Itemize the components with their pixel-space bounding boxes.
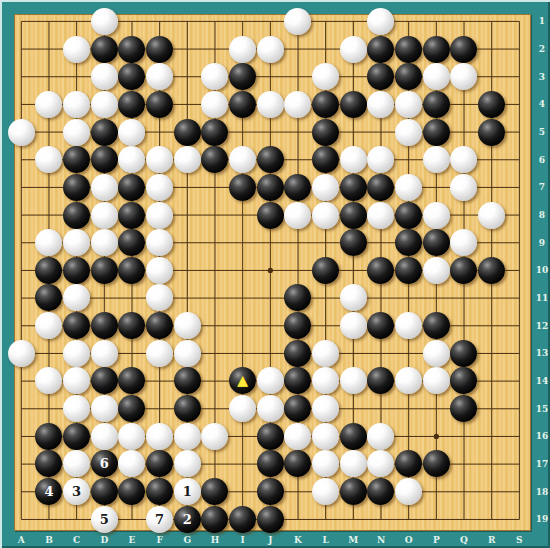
board-cell-G14[interactable] [173,367,201,395]
board-cell-J17[interactable] [256,450,284,478]
board-cell-G10[interactable] [173,257,201,285]
board-cell-B2[interactable] [35,35,63,63]
board-cell-P12[interactable] [422,312,450,340]
board-cell-C2[interactable] [63,35,91,63]
board-cell-E5[interactable] [118,118,146,146]
board-cell-G2[interactable] [173,35,201,63]
board-cell-A12[interactable] [8,312,36,340]
board-cell-Q8[interactable] [450,201,478,229]
board-cell-B3[interactable] [35,63,63,91]
board-cell-S13[interactable] [505,339,533,367]
board-cell-D5[interactable] [90,118,118,146]
board-cell-S15[interactable] [505,395,533,423]
board-cell-S4[interactable] [505,91,533,119]
board-cell-C18[interactable]: 3 [63,478,91,506]
board-cell-I18[interactable] [229,478,257,506]
board-cell-C12[interactable] [63,312,91,340]
board-cell-L15[interactable] [312,395,340,423]
board-cell-A18[interactable] [8,478,36,506]
board-cell-J9[interactable] [256,229,284,257]
board-cell-A5[interactable] [8,118,36,146]
board-cell-D10[interactable] [90,257,118,285]
board-cell-J16[interactable] [256,422,284,450]
board-cell-S16[interactable] [505,422,533,450]
board-cell-I3[interactable] [229,63,257,91]
board-cell-C16[interactable] [63,422,91,450]
board-cell-C17[interactable] [63,450,91,478]
board-cell-C9[interactable] [63,229,91,257]
board-cell-Q2[interactable] [450,35,478,63]
board-cell-H4[interactable] [201,91,229,119]
board-cell-J14[interactable] [256,367,284,395]
board-cell-J4[interactable] [256,91,284,119]
board-cell-S5[interactable] [505,118,533,146]
board-cell-E19[interactable] [118,505,146,533]
board-cell-H16[interactable] [201,422,229,450]
board-cell-E10[interactable] [118,257,146,285]
board-cell-B19[interactable] [35,505,63,533]
board-cell-D7[interactable] [90,174,118,202]
board-cell-I4[interactable] [229,91,257,119]
board-cell-Q12[interactable] [450,312,478,340]
board-cell-O6[interactable] [395,146,423,174]
board-cell-N1[interactable] [367,8,395,36]
board-cell-G15[interactable] [173,395,201,423]
board-cell-O2[interactable] [395,35,423,63]
board-cell-M3[interactable] [339,63,367,91]
board-cell-P2[interactable] [422,35,450,63]
board-cell-A14[interactable] [8,367,36,395]
board-cell-J2[interactable] [256,35,284,63]
board-cell-M9[interactable] [339,229,367,257]
board-cell-N17[interactable] [367,450,395,478]
board-cell-S11[interactable] [505,284,533,312]
board-cell-G18[interactable]: 1 [173,478,201,506]
board-cell-P6[interactable] [422,146,450,174]
board-cell-M15[interactable] [339,395,367,423]
board-cell-A2[interactable] [8,35,36,63]
board-cell-K13[interactable] [284,339,312,367]
board-cell-O15[interactable] [395,395,423,423]
board-cell-D12[interactable] [90,312,118,340]
board-cell-L13[interactable] [312,339,340,367]
board-cell-C13[interactable] [63,339,91,367]
board-cell-O10[interactable] [395,257,423,285]
board-cell-D13[interactable] [90,339,118,367]
board-cell-N10[interactable] [367,257,395,285]
board-cell-Q19[interactable] [450,505,478,533]
board-cell-E1[interactable] [118,8,146,36]
board-cell-E7[interactable] [118,174,146,202]
board-cell-S7[interactable] [505,174,533,202]
board-cell-D19[interactable]: 5 [90,505,118,533]
board-cell-P19[interactable] [422,505,450,533]
board-cell-N4[interactable] [367,91,395,119]
board-cell-M12[interactable] [339,312,367,340]
board-cell-C11[interactable] [63,284,91,312]
board-cell-R2[interactable] [478,35,506,63]
board-cell-G6[interactable] [173,146,201,174]
board-cell-D9[interactable] [90,229,118,257]
board-cell-S3[interactable] [505,63,533,91]
board-cell-R17[interactable] [478,450,506,478]
board-cell-P9[interactable] [422,229,450,257]
board-cell-A6[interactable] [8,146,36,174]
board-cell-I8[interactable] [229,201,257,229]
board-cell-R7[interactable] [478,174,506,202]
board-cell-F16[interactable] [146,422,174,450]
board-cell-O1[interactable] [395,8,423,36]
board-cell-N9[interactable] [367,229,395,257]
board-cell-A16[interactable] [8,422,36,450]
board-cell-G12[interactable] [173,312,201,340]
board-cell-L14[interactable] [312,367,340,395]
board-cell-O18[interactable] [395,478,423,506]
board-cell-B6[interactable] [35,146,63,174]
board-cell-B5[interactable] [35,118,63,146]
board-cell-K6[interactable] [284,146,312,174]
board-cell-B17[interactable] [35,450,63,478]
board-cell-K4[interactable] [284,91,312,119]
board-cell-R1[interactable] [478,8,506,36]
board-cell-H10[interactable] [201,257,229,285]
board-cell-P5[interactable] [422,118,450,146]
board-cell-F9[interactable] [146,229,174,257]
board-cell-K14[interactable] [284,367,312,395]
board-cell-D3[interactable] [90,63,118,91]
board-cell-P15[interactable] [422,395,450,423]
board-cell-G4[interactable] [173,91,201,119]
board-cell-M16[interactable] [339,422,367,450]
board-cell-E9[interactable] [118,229,146,257]
board-cell-M2[interactable] [339,35,367,63]
board-cell-H8[interactable] [201,201,229,229]
board-cell-H18[interactable] [201,478,229,506]
board-cell-N7[interactable] [367,174,395,202]
board-cell-L16[interactable] [312,422,340,450]
board-cell-R4[interactable] [478,91,506,119]
board-cell-H2[interactable] [201,35,229,63]
board-cell-P1[interactable] [422,8,450,36]
board-cell-K12[interactable] [284,312,312,340]
board-cell-F18[interactable] [146,478,174,506]
board-cell-I6[interactable] [229,146,257,174]
board-cell-N5[interactable] [367,118,395,146]
board-cell-O14[interactable] [395,367,423,395]
board-cell-R6[interactable] [478,146,506,174]
board-cell-I7[interactable] [229,174,257,202]
board-cell-F17[interactable] [146,450,174,478]
board-cell-S14[interactable] [505,367,533,395]
board-cell-G7[interactable] [173,174,201,202]
board-cell-F10[interactable] [146,257,174,285]
board-cell-G17[interactable] [173,450,201,478]
board-cell-E4[interactable] [118,91,146,119]
board-cell-R8[interactable] [478,201,506,229]
board-cell-R15[interactable] [478,395,506,423]
board-cell-G9[interactable] [173,229,201,257]
board-cell-I12[interactable] [229,312,257,340]
board-cell-O17[interactable] [395,450,423,478]
board-cell-S6[interactable] [505,146,533,174]
board-cell-R18[interactable] [478,478,506,506]
board-cell-P11[interactable] [422,284,450,312]
board-cell-L11[interactable] [312,284,340,312]
board-cell-B12[interactable] [35,312,63,340]
board-cell-Q7[interactable] [450,174,478,202]
board-cell-F13[interactable] [146,339,174,367]
board-cell-L9[interactable] [312,229,340,257]
board-cell-C15[interactable] [63,395,91,423]
board-cell-J7[interactable] [256,174,284,202]
board-cell-M8[interactable] [339,201,367,229]
board-cell-Q9[interactable] [450,229,478,257]
board-cell-A19[interactable] [8,505,36,533]
board-cell-N11[interactable] [367,284,395,312]
board-cell-I2[interactable] [229,35,257,63]
board-cell-B1[interactable] [35,8,63,36]
board-cell-A9[interactable] [8,229,36,257]
board-cell-K1[interactable] [284,8,312,36]
board-cell-J12[interactable] [256,312,284,340]
board-cell-S10[interactable] [505,257,533,285]
board-cell-Q3[interactable] [450,63,478,91]
board-cell-J11[interactable] [256,284,284,312]
board-cell-H6[interactable] [201,146,229,174]
board-cell-R9[interactable] [478,229,506,257]
board-cell-O9[interactable] [395,229,423,257]
board-cell-E13[interactable] [118,339,146,367]
board-cell-D6[interactable] [90,146,118,174]
board-cell-O3[interactable] [395,63,423,91]
board-cell-N15[interactable] [367,395,395,423]
board-cell-K9[interactable] [284,229,312,257]
board-cell-H17[interactable] [201,450,229,478]
board-cell-K5[interactable] [284,118,312,146]
board-cell-N6[interactable] [367,146,395,174]
board-cell-R19[interactable] [478,505,506,533]
board-cell-N18[interactable] [367,478,395,506]
board-cell-J1[interactable] [256,8,284,36]
board-cell-K15[interactable] [284,395,312,423]
board-cell-F1[interactable] [146,8,174,36]
board-cell-D4[interactable] [90,91,118,119]
board-cell-O12[interactable] [395,312,423,340]
board-cell-C6[interactable] [63,146,91,174]
board-cell-F2[interactable] [146,35,174,63]
board-cell-E8[interactable] [118,201,146,229]
board-cell-N2[interactable] [367,35,395,63]
board-cell-H15[interactable] [201,395,229,423]
board-cell-M14[interactable] [339,367,367,395]
board-cell-C1[interactable] [63,8,91,36]
board-cell-J3[interactable] [256,63,284,91]
board-cell-B11[interactable] [35,284,63,312]
board-cell-H9[interactable] [201,229,229,257]
board-cell-I5[interactable] [229,118,257,146]
board-cell-M18[interactable] [339,478,367,506]
board-cell-B18[interactable]: 4 [35,478,63,506]
board-cell-P17[interactable] [422,450,450,478]
board-cell-O8[interactable] [395,201,423,229]
board-cell-H11[interactable] [201,284,229,312]
board-cell-B13[interactable] [35,339,63,367]
board-cell-C4[interactable] [63,91,91,119]
board-cell-Q5[interactable] [450,118,478,146]
board-cell-D15[interactable] [90,395,118,423]
board-cell-I15[interactable] [229,395,257,423]
board-cell-P4[interactable] [422,91,450,119]
board-cell-G11[interactable] [173,284,201,312]
board-cell-E15[interactable] [118,395,146,423]
board-cell-L8[interactable] [312,201,340,229]
board-cell-I14[interactable]: ▲ [229,367,257,395]
board-cell-K16[interactable] [284,422,312,450]
board-cell-Q18[interactable] [450,478,478,506]
board-cell-F15[interactable] [146,395,174,423]
board-cell-F14[interactable] [146,367,174,395]
board-cell-A10[interactable] [8,257,36,285]
board-cell-Q17[interactable] [450,450,478,478]
board-cell-L2[interactable] [312,35,340,63]
board-cell-L18[interactable] [312,478,340,506]
board-cell-H13[interactable] [201,339,229,367]
board-cell-L7[interactable] [312,174,340,202]
board-cell-A1[interactable] [8,8,36,36]
board-cell-M5[interactable] [339,118,367,146]
board-cell-P3[interactable] [422,63,450,91]
board-cell-Q13[interactable] [450,339,478,367]
board-cell-P8[interactable] [422,201,450,229]
board-cell-L3[interactable] [312,63,340,91]
board-cell-I13[interactable] [229,339,257,367]
board-cell-I17[interactable] [229,450,257,478]
board-cell-K10[interactable] [284,257,312,285]
board-cell-G19[interactable]: 2 [173,505,201,533]
board-cell-L1[interactable] [312,8,340,36]
board-cell-S17[interactable] [505,450,533,478]
board-cell-C8[interactable] [63,201,91,229]
board-cell-J8[interactable] [256,201,284,229]
board-cell-S2[interactable] [505,35,533,63]
board-cell-I11[interactable] [229,284,257,312]
board-cell-A15[interactable] [8,395,36,423]
board-cell-L12[interactable] [312,312,340,340]
board-cell-K11[interactable] [284,284,312,312]
board-cell-N13[interactable] [367,339,395,367]
board-cell-K17[interactable] [284,450,312,478]
board-cell-J18[interactable] [256,478,284,506]
board-cell-K2[interactable] [284,35,312,63]
board-cell-H12[interactable] [201,312,229,340]
board-cell-B8[interactable] [35,201,63,229]
board-cell-A13[interactable] [8,339,36,367]
board-cell-O7[interactable] [395,174,423,202]
board-cell-R3[interactable] [478,63,506,91]
board-cell-L5[interactable] [312,118,340,146]
board-cell-G5[interactable] [173,118,201,146]
board-cell-Q1[interactable] [450,8,478,36]
board-cell-A11[interactable] [8,284,36,312]
board-cell-O11[interactable] [395,284,423,312]
board-cell-D17[interactable]: 6 [90,450,118,478]
board-cell-Q6[interactable] [450,146,478,174]
board-cell-H3[interactable] [201,63,229,91]
board-cell-M11[interactable] [339,284,367,312]
board-cell-D8[interactable] [90,201,118,229]
board-cell-M13[interactable] [339,339,367,367]
board-cell-E11[interactable] [118,284,146,312]
board-cell-J10[interactable] [256,257,284,285]
board-cell-S9[interactable] [505,229,533,257]
board-cell-M10[interactable] [339,257,367,285]
board-cell-A4[interactable] [8,91,36,119]
board-cell-J13[interactable] [256,339,284,367]
board-cell-Q4[interactable] [450,91,478,119]
board-cell-F6[interactable] [146,146,174,174]
board-cell-R12[interactable] [478,312,506,340]
board-cell-I9[interactable] [229,229,257,257]
board-cell-B16[interactable] [35,422,63,450]
board-cell-A3[interactable] [8,63,36,91]
board-cell-N12[interactable] [367,312,395,340]
board-cell-J19[interactable] [256,505,284,533]
board-cell-Q10[interactable] [450,257,478,285]
board-cell-F4[interactable] [146,91,174,119]
board-cell-O5[interactable] [395,118,423,146]
board-cell-N8[interactable] [367,201,395,229]
board-cell-E16[interactable] [118,422,146,450]
board-cell-Q16[interactable] [450,422,478,450]
board-cell-C7[interactable] [63,174,91,202]
board-cell-O16[interactable] [395,422,423,450]
board-cell-I10[interactable] [229,257,257,285]
board-cell-K7[interactable] [284,174,312,202]
board-cell-P18[interactable] [422,478,450,506]
board-cell-F8[interactable] [146,201,174,229]
board-cell-R11[interactable] [478,284,506,312]
board-cell-M4[interactable] [339,91,367,119]
board-cell-M1[interactable] [339,8,367,36]
board-cell-H5[interactable] [201,118,229,146]
board-cell-L19[interactable] [312,505,340,533]
board-cell-N16[interactable] [367,422,395,450]
board-cell-E3[interactable] [118,63,146,91]
board-cell-D2[interactable] [90,35,118,63]
board-cell-G3[interactable] [173,63,201,91]
board-cell-H1[interactable] [201,8,229,36]
board-cell-L17[interactable] [312,450,340,478]
board-cell-S18[interactable] [505,478,533,506]
board-cell-R13[interactable] [478,339,506,367]
board-cell-C3[interactable] [63,63,91,91]
board-cell-E18[interactable] [118,478,146,506]
board-cell-C10[interactable] [63,257,91,285]
board-cell-B9[interactable] [35,229,63,257]
board-cell-Q15[interactable] [450,395,478,423]
board-cell-H14[interactable] [201,367,229,395]
board-cell-B15[interactable] [35,395,63,423]
board-cell-I16[interactable] [229,422,257,450]
board-cell-P10[interactable] [422,257,450,285]
board-cell-S1[interactable] [505,8,533,36]
board-cell-L4[interactable] [312,91,340,119]
board-cell-N14[interactable] [367,367,395,395]
board-cell-A17[interactable] [8,450,36,478]
board-cell-L10[interactable] [312,257,340,285]
board-cell-N19[interactable] [367,505,395,533]
board-cell-C19[interactable] [63,505,91,533]
